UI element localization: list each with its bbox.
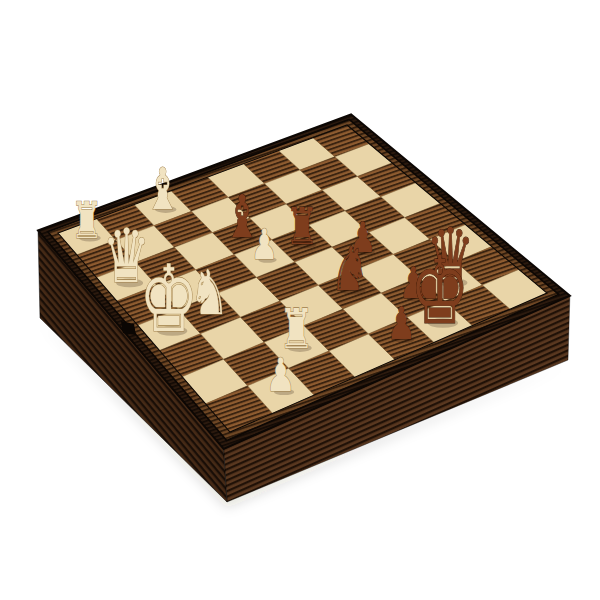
piece-white-pawn-b1: ♟ xyxy=(266,349,296,402)
scene: ♜♝♛♝♟♜♚♞♟♞♜♟♛♟♟♚ xyxy=(0,0,600,600)
piece-black-rook-e5: ♜ xyxy=(285,197,318,256)
piece-black-king-f1: ♚ xyxy=(410,236,470,344)
svg-text:♚: ♚ xyxy=(410,236,470,344)
chessboard: ♜♝♛♝♟♜♚♞♟♞♜♟♛♟♟♚ xyxy=(0,0,600,600)
svg-text:♞: ♞ xyxy=(189,257,229,329)
svg-text:♞: ♞ xyxy=(330,234,369,305)
svg-text:♟: ♟ xyxy=(251,220,278,269)
svg-text:♜: ♜ xyxy=(285,197,318,256)
svg-text:♜: ♜ xyxy=(71,190,103,249)
piece-white-knight-b4: ♞ xyxy=(189,257,229,329)
piece-white-rook-a8: ♜ xyxy=(71,190,103,249)
svg-text:♟: ♟ xyxy=(266,349,296,402)
piece-white-pawn-d5: ♟ xyxy=(251,220,278,269)
piece-black-knight-e3: ♞ xyxy=(330,234,369,305)
